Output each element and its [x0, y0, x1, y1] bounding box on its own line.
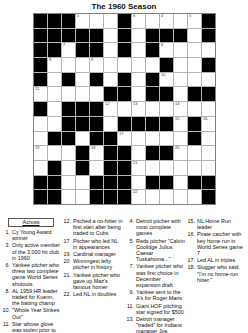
grid-cell[interactable]: 15: [174, 117, 187, 131]
clue-column-down: 4.Detroit pitcher with most complete gam…: [126, 218, 185, 333]
black-cell: [62, 14, 75, 28]
grid-cell[interactable]: [48, 117, 61, 131]
clue-text: "Whole Year Strikes Out": [12, 307, 60, 319]
grid-cell[interactable]: [104, 117, 117, 131]
grid-cell[interactable]: [160, 132, 173, 146]
black-cell: [104, 190, 117, 204]
cell-number: 13: [133, 102, 137, 106]
clue-text: Reds pitcher "Calvin Coolidge Julius Cae…: [136, 238, 185, 263]
clue-number: 10.: [2, 307, 12, 319]
grid-cell[interactable]: [188, 146, 201, 160]
grid-cell[interactable]: [146, 190, 159, 204]
grid-cell[interactable]: 4: [160, 14, 173, 28]
clue-item: 16.Pirate catcher with key home run in W…: [187, 231, 246, 256]
grid-cell[interactable]: 20: [174, 146, 187, 160]
black-cell: [202, 87, 215, 101]
clue-number: 17.: [63, 238, 73, 250]
grid-cell[interactable]: [146, 102, 159, 116]
grid-cell[interactable]: 9: [90, 58, 103, 72]
black-cell: [34, 102, 47, 116]
clue-text: Yankee pitcher who was first choice in D…: [136, 263, 185, 288]
grid-cell[interactable]: [62, 58, 75, 72]
grid-cell[interactable]: [48, 73, 61, 87]
black-cell: [118, 14, 131, 28]
clue-number: 9.: [126, 289, 136, 301]
grid-cell[interactable]: [48, 102, 61, 116]
grid-cell[interactable]: 22: [132, 190, 145, 204]
black-cell: [160, 176, 173, 190]
clue-item: 18.Slugger who said, "I'm no home-run hi…: [187, 264, 246, 283]
black-cell: [146, 43, 159, 57]
black-cell: [202, 176, 215, 190]
black-cell: [188, 87, 201, 101]
grid-cell[interactable]: [76, 73, 89, 87]
black-cell: [104, 161, 117, 175]
clue-item: 8.AL 1959 HR leader traded for Kuenn, th…: [2, 288, 60, 307]
cell-number: 3: [133, 14, 135, 18]
clue-number: 17.: [187, 257, 197, 263]
grid-cell[interactable]: [174, 190, 187, 204]
black-cell: [34, 43, 47, 57]
clue-text: Yankee pitcher who threw two complete ga…: [12, 262, 60, 287]
cell-number: 6: [161, 43, 163, 47]
grid-cell[interactable]: [76, 176, 89, 190]
grid-cell[interactable]: [34, 132, 47, 146]
clue-item: 11.Star whose glove was stolen prior to …: [2, 321, 60, 333]
black-cell: [118, 87, 131, 101]
black-cell: [104, 132, 117, 146]
grid-cell[interactable]: 5: [188, 14, 201, 28]
black-cell: [118, 43, 131, 57]
clue-item: 13.Detroit manager "traded" for Indians …: [126, 316, 185, 333]
cell-number: 10: [161, 73, 165, 77]
clue-text: Pirate catcher with key home run in Worl…: [197, 231, 246, 256]
grid-cell[interactable]: [62, 146, 75, 160]
crossword-grid: 1345768910111213141516171918202122: [33, 13, 216, 205]
grid-cell[interactable]: [132, 176, 145, 190]
clue-number: 4.: [126, 218, 136, 237]
clue-number: 5.: [126, 238, 136, 263]
clue-text: Pitcher who led NL in appearances: [73, 238, 123, 250]
grid-cell[interactable]: [202, 43, 215, 57]
clue-number: 11.: [2, 321, 12, 333]
cell-number: 9: [91, 58, 93, 62]
grid-cell[interactable]: [188, 190, 201, 204]
grid-cell[interactable]: [174, 73, 187, 87]
black-cell: [146, 117, 159, 131]
grid-cell[interactable]: [202, 73, 215, 87]
clue-item: 22.Led NL in doubles: [63, 291, 123, 297]
clue-number: 20.: [63, 258, 73, 270]
clue-item: 7.Yankee pitcher who was first choice in…: [126, 263, 185, 288]
cell-number: 20: [175, 146, 179, 150]
black-cell: [48, 132, 61, 146]
black-cell: [90, 117, 103, 131]
grid-cell[interactable]: [104, 29, 117, 43]
black-cell: [104, 87, 117, 101]
grid-cell[interactable]: 17: [118, 132, 131, 146]
cell-number: 7: [63, 43, 65, 47]
grid-cell[interactable]: [188, 29, 201, 43]
cell-number: 15: [175, 117, 179, 121]
black-cell: [34, 73, 47, 87]
grid-cell[interactable]: 8: [48, 58, 61, 72]
grid-cell[interactable]: 3: [132, 14, 145, 28]
clue-number: 18.: [187, 264, 197, 283]
clue-item: 4.Detroit pitcher with most complete gam…: [126, 218, 185, 237]
clue-number: 21.: [63, 272, 73, 291]
black-cell: [62, 117, 75, 131]
black-cell: [118, 146, 131, 160]
cell-number: 22: [133, 190, 137, 194]
grid-cell[interactable]: [118, 102, 131, 116]
black-cell: [160, 117, 173, 131]
clue-column-across-2: 12.Pitched a no-hitter in first start af…: [63, 218, 123, 298]
grid-cell[interactable]: [146, 161, 159, 175]
grid-cell[interactable]: [188, 161, 201, 175]
black-cell: [62, 102, 75, 116]
black-cell: [202, 29, 215, 43]
grid-cell[interactable]: 14: [174, 102, 187, 116]
clue-item: 9.Yankee sent to the A's for Roger Maris: [126, 289, 185, 301]
cell-number: 8: [49, 58, 51, 62]
grid-cell[interactable]: [104, 58, 117, 72]
clue-text: Yankee sent to the A's for Roger Maris: [136, 289, 185, 301]
grid-cell[interactable]: [132, 132, 145, 146]
clue-item: 15.NL Home Run leader: [187, 218, 246, 230]
black-cell: [188, 132, 201, 146]
grid-cell[interactable]: [62, 176, 75, 190]
grid-cell[interactable]: 13: [132, 102, 145, 116]
grid-cell[interactable]: [160, 102, 173, 116]
grid-cell[interactable]: [174, 43, 187, 57]
black-cell: [118, 117, 131, 131]
black-cell: [90, 73, 103, 87]
clue-text: Led NL in doubles: [73, 291, 123, 297]
cell-number: 4: [161, 14, 163, 18]
black-cell: [62, 132, 75, 146]
clue-number: 12.: [63, 218, 73, 237]
black-cell: [118, 176, 131, 190]
clue-text: Winningest lefty pitcher in history: [73, 258, 123, 270]
cell-number: 21: [133, 161, 137, 165]
grid-cell[interactable]: [160, 190, 173, 204]
black-cell: [104, 176, 117, 190]
grid-cell[interactable]: 16: [202, 117, 215, 131]
black-cell: [160, 29, 173, 43]
black-cell: [76, 161, 89, 175]
black-cell: [76, 102, 89, 116]
black-cell: [118, 161, 131, 175]
clue-text: NL Home Run leader: [197, 218, 246, 230]
grid-cell[interactable]: [34, 161, 47, 175]
black-cell: [34, 176, 47, 190]
clue-text: Yankee pitcher who gave up Maz's famous …: [73, 272, 123, 291]
black-cell: [76, 117, 89, 131]
black-cell: [202, 58, 215, 72]
black-cell: [34, 58, 47, 72]
grid-cell[interactable]: [146, 58, 159, 72]
clue-text: AL 1959 HR leader traded for Kuenn, the …: [12, 288, 60, 307]
black-cell: [188, 176, 201, 190]
grid-cell[interactable]: 11: [34, 87, 47, 101]
grid-cell[interactable]: 7: [62, 43, 75, 57]
black-cell: [48, 14, 61, 28]
grid-cell[interactable]: [188, 58, 201, 72]
black-cell: [146, 87, 159, 101]
clue-item: 17.Pitcher who led NL in appearances: [63, 238, 123, 250]
black-cell: [48, 161, 61, 175]
grid-cell[interactable]: [34, 117, 47, 131]
grid-cell[interactable]: [160, 161, 173, 175]
across-header: Across: [8, 218, 54, 227]
clue-number: 22.: [63, 291, 73, 297]
clue-text: Detroit pitcher with most complete games: [136, 218, 185, 237]
black-cell: [90, 43, 103, 57]
cell-number: 17: [119, 132, 123, 136]
grid-cell[interactable]: [76, 87, 89, 101]
cell-number: 12: [105, 102, 109, 106]
clue-number: 8.: [2, 288, 12, 307]
clue-item: 19.Cardinal manager: [63, 251, 123, 257]
grid-cell[interactable]: [174, 58, 187, 72]
grid-cell[interactable]: [62, 190, 75, 204]
black-cell: [146, 29, 159, 43]
grid-cell[interactable]: [76, 132, 89, 146]
clue-item: 3.Only active member of the 3,000 hit cl…: [2, 242, 60, 261]
grid-cell[interactable]: [174, 176, 187, 190]
grid-cell[interactable]: [132, 43, 145, 57]
black-cell: [48, 29, 61, 43]
clue-item: 17.Led AL in triples: [187, 257, 246, 263]
grid-cell[interactable]: [188, 43, 201, 57]
black-cell: [34, 14, 47, 28]
black-cell: [76, 29, 89, 43]
grid-cell[interactable]: 19: [34, 146, 47, 160]
grid-cell[interactable]: [118, 58, 131, 72]
clue-text: Led AL in triples: [197, 257, 246, 263]
grid-cell[interactable]: 10: [160, 73, 173, 87]
black-cell: [118, 73, 131, 87]
grid-cell[interactable]: [104, 73, 117, 87]
puzzle-title: The 1960 Season: [0, 2, 248, 11]
black-cell: [48, 190, 61, 204]
grid-cell[interactable]: [132, 87, 145, 101]
grid-cell[interactable]: [174, 14, 187, 28]
grid-cell[interactable]: [188, 73, 201, 87]
grid-cell[interactable]: [76, 190, 89, 204]
cell-number: 5: [189, 14, 191, 18]
grid-cell[interactable]: [202, 132, 215, 146]
grid-cell[interactable]: 18: [90, 146, 103, 160]
clue-number: 1.: [2, 229, 12, 241]
clue-item: 6.Yankee pitcher who threw two complete …: [2, 262, 60, 287]
black-cell: [146, 176, 159, 190]
clue-item: 11.Giant HOF pitching star signed for $5…: [126, 303, 185, 315]
cell-number: 19: [35, 146, 39, 150]
black-cell: [90, 132, 103, 146]
grid-cell[interactable]: [174, 87, 187, 101]
black-cell: [34, 190, 47, 204]
black-cell: [62, 29, 75, 43]
black-cell: [160, 87, 173, 101]
black-cell: [76, 43, 89, 57]
black-cell: [160, 146, 173, 160]
clue-number: 7.: [126, 263, 136, 288]
grid-cell[interactable]: [48, 87, 61, 101]
clue-item: 1.Cy Young Award winner: [2, 229, 60, 241]
clue-column-down-2: 15.NL Home Run leader16.Pirate catcher w…: [187, 218, 246, 284]
black-cell: [34, 29, 47, 43]
grid-cell[interactable]: [90, 87, 103, 101]
grid-cell[interactable]: [202, 161, 215, 175]
grid-cell[interactable]: [104, 14, 117, 28]
cell-number: 18: [91, 146, 95, 150]
grid-cell[interactable]: [202, 102, 215, 116]
clue-text: Detroit manager "traded" for Indians man…: [136, 316, 185, 333]
black-cell: [62, 73, 75, 87]
grid-cell[interactable]: 12: [104, 102, 117, 116]
grid-cell[interactable]: [132, 146, 145, 160]
clue-text: Cy Young Award winner: [12, 229, 60, 241]
black-cell: [90, 176, 103, 190]
clue-number: 6.: [2, 262, 12, 287]
grid-cell[interactable]: [188, 102, 201, 116]
grid-cell[interactable]: 1: [76, 14, 89, 28]
grid-cell[interactable]: [174, 132, 187, 146]
black-cell: [118, 190, 131, 204]
clue-number: 16.: [187, 231, 197, 256]
clue-text: Cardinal manager: [73, 251, 123, 257]
grid-cell[interactable]: [202, 146, 215, 160]
clue-text: Slugger who said, "I'm no home-run hitte…: [197, 264, 246, 283]
grid-cell[interactable]: [48, 146, 61, 160]
grid-cell[interactable]: [90, 161, 103, 175]
grid-cell[interactable]: [62, 87, 75, 101]
clue-number: 13.: [126, 316, 136, 333]
cell-number: 11: [35, 87, 39, 91]
black-cell: [146, 73, 159, 87]
clue-text: Only active member of the 3,000 hit club…: [12, 242, 60, 261]
black-cell: [146, 146, 159, 160]
clue-text: Star whose glove was stolen prior to the…: [12, 321, 60, 333]
black-cell: [160, 58, 173, 72]
clue-number: 19.: [63, 251, 73, 257]
black-cell: [48, 43, 61, 57]
grid-cell[interactable]: [90, 14, 103, 28]
clue-item: 21.Yankee pitcher who gave up Maz's famo…: [63, 272, 123, 291]
black-cell: [202, 190, 215, 204]
cell-number: 16: [203, 117, 207, 121]
clue-text: Giant HOF pitching star signed for $500: [136, 303, 185, 315]
cell-number: 1: [77, 14, 79, 18]
grid-cell[interactable]: [104, 43, 117, 57]
grid-cell[interactable]: [132, 73, 145, 87]
black-cell: [76, 146, 89, 160]
grid-cell[interactable]: [76, 58, 89, 72]
black-cell: [202, 14, 215, 28]
clue-text: Pitched a no-hitter in first start after…: [73, 218, 123, 237]
grid-cell[interactable]: 6: [160, 43, 173, 57]
black-cell: [90, 190, 103, 204]
black-cell: [104, 146, 117, 160]
black-cell: [188, 117, 201, 131]
clue-item: 20.Winningest lefty pitcher in history: [63, 258, 123, 270]
clue-item: 5.Reds pitcher "Calvin Coolidge Julius C…: [126, 238, 185, 263]
black-cell: [48, 176, 61, 190]
grid-cell[interactable]: [146, 132, 159, 146]
black-cell: [90, 102, 103, 116]
clue-number: 3.: [2, 242, 12, 261]
grid-cell[interactable]: [146, 14, 159, 28]
black-cell: [132, 117, 145, 131]
clue-item: 10."Whole Year Strikes Out": [2, 307, 60, 319]
grid-cell[interactable]: [174, 161, 187, 175]
clue-number: 15.: [187, 218, 197, 230]
clue-item: 12.Pitched a no-hitter in first start af…: [63, 218, 123, 237]
cell-number: 14: [175, 102, 179, 106]
clue-column-across: Across1.Cy Young Award winner3.Only acti…: [2, 218, 60, 333]
black-cell: [118, 29, 131, 43]
clue-number: 11.: [126, 303, 136, 315]
black-cell: [174, 29, 187, 43]
grid-cell[interactable]: [132, 29, 145, 43]
grid-cell[interactable]: [132, 58, 145, 72]
grid-cell[interactable]: 21: [132, 161, 145, 175]
grid-cell[interactable]: [62, 161, 75, 175]
black-cell: [90, 29, 103, 43]
